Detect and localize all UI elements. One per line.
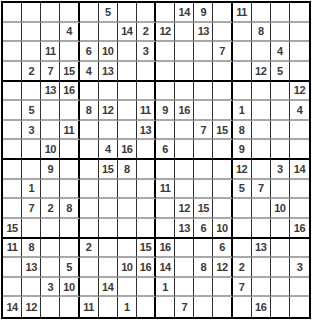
cell-r6c12-empty[interactable] [213,101,232,121]
cell-r10c3-empty[interactable] [41,180,60,200]
cell-r7c16-empty[interactable] [290,121,309,141]
cell-r2c7-given[interactable]: 14 [118,23,137,43]
cell-r1c1-empty[interactable] [3,3,22,23]
cell-r10c14-given[interactable]: 7 [252,180,271,200]
cell-r2c12-empty[interactable] [213,23,232,43]
cell-r15c16-empty[interactable] [290,278,309,298]
cell-r15c6-given[interactable]: 14 [99,278,118,298]
cell-r16c12-empty[interactable] [213,297,232,317]
cell-r13c2-given[interactable]: 8 [22,239,41,259]
cell-r12c14-empty[interactable] [252,219,271,239]
cell-r14c11-given[interactable]: 8 [194,258,213,278]
cell-r12c4-empty[interactable] [60,219,79,239]
cell-r7c10-empty[interactable] [175,121,194,141]
cell-r15c5-empty[interactable] [80,278,99,298]
cell-r8c15-empty[interactable] [271,140,290,160]
cell-r6c3-empty[interactable] [41,101,60,121]
cell-r2c13-empty[interactable] [233,23,252,43]
cell-r9c6-given[interactable]: 15 [99,160,118,180]
cell-r12c13-empty[interactable] [233,219,252,239]
cell-r5c4-given[interactable]: 16 [60,82,79,102]
cell-r8c16-empty[interactable] [290,140,309,160]
cell-r12c11-given[interactable]: 6 [194,219,213,239]
cell-r10c8-empty[interactable] [137,180,156,200]
cell-r3c12-given[interactable]: 7 [213,42,232,62]
cell-r2c9-given[interactable]: 12 [156,23,175,43]
cell-r9c14-empty[interactable] [252,160,271,180]
cell-r14c3-empty[interactable] [41,258,60,278]
cell-r6c1-empty[interactable] [3,101,22,121]
cell-r6c8-given[interactable]: 11 [137,101,156,121]
cell-r10c6-empty[interactable] [99,180,118,200]
cell-r9c7-given[interactable]: 8 [118,160,137,180]
cell-r3c11-empty[interactable] [194,42,213,62]
cell-r5c13-empty[interactable] [233,82,252,102]
cell-r4c9-empty[interactable] [156,62,175,82]
cell-r10c16-empty[interactable] [290,180,309,200]
cell-r2c10-empty[interactable] [175,23,194,43]
cell-r16c10-given[interactable]: 7 [175,297,194,317]
cell-r8c7-given[interactable]: 16 [118,140,137,160]
cell-r16c6-empty[interactable] [99,297,118,317]
cell-r11c3-given[interactable]: 2 [41,199,60,219]
cell-r5c14-empty[interactable] [252,82,271,102]
cell-r3c9-empty[interactable] [156,42,175,62]
cell-r13c7-empty[interactable] [118,239,137,259]
cell-r8c4-empty[interactable] [60,140,79,160]
cell-r2c11-given[interactable]: 13 [194,23,213,43]
cell-r12c9-empty[interactable] [156,219,175,239]
cell-r5c8-empty[interactable] [137,82,156,102]
cell-r13c8-given[interactable]: 15 [137,239,156,259]
cell-r4c16-empty[interactable] [290,62,309,82]
cell-r1c16-empty[interactable] [290,3,309,23]
cell-r16c9-empty[interactable] [156,297,175,317]
cell-r8c10-empty[interactable] [175,140,194,160]
cell-r9c1-empty[interactable] [3,160,22,180]
cell-r12c2-empty[interactable] [22,219,41,239]
cell-r16c1-given[interactable]: 14 [3,297,22,317]
cell-r3c4-empty[interactable] [60,42,79,62]
cell-r11c6-empty[interactable] [99,199,118,219]
cell-r12c3-empty[interactable] [41,219,60,239]
cell-r6c10-given[interactable]: 16 [175,101,194,121]
cell-r4c7-empty[interactable] [118,62,137,82]
cell-r7c1-empty[interactable] [3,121,22,141]
cell-r15c10-empty[interactable] [175,278,194,298]
cell-r13c4-empty[interactable] [60,239,79,259]
cell-r13c5-given[interactable]: 2 [80,239,99,259]
cell-r15c13-given[interactable]: 7 [233,278,252,298]
cell-r11c10-given[interactable]: 12 [175,199,194,219]
cell-r3c8-given[interactable]: 3 [137,42,156,62]
cell-r8c11-empty[interactable] [194,140,213,160]
cell-r12c1-given[interactable]: 15 [3,219,22,239]
cell-r16c2-given[interactable]: 12 [22,297,41,317]
cell-r11c7-empty[interactable] [118,199,137,219]
cell-r5c7-empty[interactable] [118,82,137,102]
cell-r12c7-empty[interactable] [118,219,137,239]
cell-r1c15-empty[interactable] [271,3,290,23]
cell-r13c1-given[interactable]: 11 [3,239,22,259]
cell-r3c10-empty[interactable] [175,42,194,62]
cell-r6c2-given[interactable]: 5 [22,101,41,121]
cell-r11c13-empty[interactable] [233,199,252,219]
cell-r5c11-empty[interactable] [194,82,213,102]
cell-r15c3-given[interactable]: 3 [41,278,60,298]
cell-r5c9-empty[interactable] [156,82,175,102]
cell-r6c13-given[interactable]: 1 [233,101,252,121]
cell-r6c9-given[interactable]: 9 [156,101,175,121]
cell-r3c15-given[interactable]: 4 [271,42,290,62]
cell-r10c10-empty[interactable] [175,180,194,200]
cell-r14c10-empty[interactable] [175,258,194,278]
cell-r6c5-given[interactable]: 8 [80,101,99,121]
cell-r14c4-given[interactable]: 5 [60,258,79,278]
cell-r12c15-empty[interactable] [271,219,290,239]
cell-r15c12-empty[interactable] [213,278,232,298]
cell-r12c5-empty[interactable] [80,219,99,239]
cell-r2c6-empty[interactable] [99,23,118,43]
cell-r4c15-given[interactable]: 5 [271,62,290,82]
cell-r4c14-given[interactable]: 12 [252,62,271,82]
cell-r10c12-empty[interactable] [213,180,232,200]
cell-r9c4-empty[interactable] [60,160,79,180]
cell-r5c3-given[interactable]: 13 [41,82,60,102]
cell-r11c14-empty[interactable] [252,199,271,219]
cell-r14c13-given[interactable]: 2 [233,258,252,278]
cell-r2c15-empty[interactable] [271,23,290,43]
cell-r8c6-given[interactable]: 4 [99,140,118,160]
cell-r13c9-given[interactable]: 16 [156,239,175,259]
cell-r14c12-given[interactable]: 12 [213,258,232,278]
cell-r14c7-given[interactable]: 10 [118,258,137,278]
cell-r3c1-empty[interactable] [3,42,22,62]
cell-r11c15-given[interactable]: 10 [271,199,290,219]
cell-r9c3-given[interactable]: 9 [41,160,60,180]
cell-r8c3-given[interactable]: 10 [41,140,60,160]
cell-r15c7-empty[interactable] [118,278,137,298]
cell-r6c14-empty[interactable] [252,101,271,121]
cell-r13c16-empty[interactable] [290,239,309,259]
cell-r16c15-empty[interactable] [271,297,290,317]
cell-r16c13-empty[interactable] [233,297,252,317]
cell-r7c14-empty[interactable] [252,121,271,141]
cell-r14c8-given[interactable]: 16 [137,258,156,278]
cell-r9c9-empty[interactable] [156,160,175,180]
cell-r4c11-empty[interactable] [194,62,213,82]
cell-r12c8-empty[interactable] [137,219,156,239]
cell-r5c12-empty[interactable] [213,82,232,102]
cell-r2c8-given[interactable]: 2 [137,23,156,43]
cell-r1c9-empty[interactable] [156,3,175,23]
cell-r1c2-empty[interactable] [22,3,41,23]
cell-r15c14-empty[interactable] [252,278,271,298]
cell-r2c1-empty[interactable] [3,23,22,43]
cell-r2c3-empty[interactable] [41,23,60,43]
cell-r5c10-empty[interactable] [175,82,194,102]
cell-r4c6-given[interactable]: 13 [99,62,118,82]
cell-r3c14-empty[interactable] [252,42,271,62]
cell-r6c6-given[interactable]: 12 [99,101,118,121]
cell-r4c8-empty[interactable] [137,62,156,82]
cell-r11c9-empty[interactable] [156,199,175,219]
cell-r13c14-given[interactable]: 13 [252,239,271,259]
cell-r1c14-empty[interactable] [252,3,271,23]
cell-r1c10-given[interactable]: 14 [175,3,194,23]
cell-r10c15-empty[interactable] [271,180,290,200]
cell-r3c7-empty[interactable] [118,42,137,62]
cell-r11c1-empty[interactable] [3,199,22,219]
cell-r6c7-empty[interactable] [118,101,137,121]
cell-r4c10-empty[interactable] [175,62,194,82]
cell-r4c1-empty[interactable] [3,62,22,82]
cell-r7c9-empty[interactable] [156,121,175,141]
cell-r12c6-empty[interactable] [99,219,118,239]
cell-r2c16-empty[interactable] [290,23,309,43]
cell-r9c15-given[interactable]: 3 [271,160,290,180]
cell-r11c11-given[interactable]: 15 [194,199,213,219]
cell-r7c3-empty[interactable] [41,121,60,141]
cell-r11c8-empty[interactable] [137,199,156,219]
cell-r3c16-empty[interactable] [290,42,309,62]
cell-r4c5-given[interactable]: 4 [80,62,99,82]
cell-r10c7-empty[interactable] [118,180,137,200]
cell-r4c3-given[interactable]: 7 [41,62,60,82]
cell-r14c16-given[interactable]: 3 [290,258,309,278]
cell-r7c2-given[interactable]: 3 [22,121,41,141]
cell-r8c8-empty[interactable] [137,140,156,160]
cell-r4c2-given[interactable]: 2 [22,62,41,82]
cell-r16c5-given[interactable]: 11 [80,297,99,317]
cell-r1c13-given[interactable]: 11 [233,3,252,23]
cell-r9c2-empty[interactable] [22,160,41,180]
cell-r13c3-empty[interactable] [41,239,60,259]
cell-r14c1-empty[interactable] [3,258,22,278]
cell-r16c7-given[interactable]: 1 [118,297,137,317]
cell-r9c16-given[interactable]: 14 [290,160,309,180]
cell-r9c12-empty[interactable] [213,160,232,180]
cell-r15c4-given[interactable]: 10 [60,278,79,298]
cell-r13c10-empty[interactable] [175,239,194,259]
cell-r4c4-given[interactable]: 15 [60,62,79,82]
cell-r9c8-empty[interactable] [137,160,156,180]
cell-r15c15-empty[interactable] [271,278,290,298]
cell-r9c5-empty[interactable] [80,160,99,180]
cell-r7c13-given[interactable]: 8 [233,121,252,141]
cell-r11c12-empty[interactable] [213,199,232,219]
cell-r15c8-empty[interactable] [137,278,156,298]
cell-r5c2-empty[interactable] [22,82,41,102]
sudoku-board: 5149114142121381161037427154131251316125… [1,1,311,319]
cell-r3c5-given[interactable]: 6 [80,42,99,62]
cell-r6c16-given[interactable]: 4 [290,101,309,121]
cell-r5c5-empty[interactable] [80,82,99,102]
cell-r3c6-given[interactable]: 10 [99,42,118,62]
cell-r6c15-empty[interactable] [271,101,290,121]
cell-r11c2-given[interactable]: 7 [22,199,41,219]
cell-r13c15-empty[interactable] [271,239,290,259]
cell-r7c6-empty[interactable] [99,121,118,141]
cell-r8c12-empty[interactable] [213,140,232,160]
cell-r12c10-given[interactable]: 13 [175,219,194,239]
cell-r5c16-given[interactable]: 12 [290,82,309,102]
cell-r7c12-given[interactable]: 15 [213,121,232,141]
cell-r9c11-empty[interactable] [194,160,213,180]
cell-r8c9-given[interactable]: 6 [156,140,175,160]
cell-r15c9-given[interactable]: 1 [156,278,175,298]
cell-r13c12-given[interactable]: 6 [213,239,232,259]
cell-r8c13-given[interactable]: 9 [233,140,252,160]
cell-r4c12-empty[interactable] [213,62,232,82]
cell-r7c7-empty[interactable] [118,121,137,141]
cell-r1c7-empty[interactable] [118,3,137,23]
cell-r16c3-empty[interactable] [41,297,60,317]
cell-r3c13-empty[interactable] [233,42,252,62]
cell-r14c2-given[interactable]: 13 [22,258,41,278]
cell-r1c8-empty[interactable] [137,3,156,23]
cell-r10c13-given[interactable]: 5 [233,180,252,200]
cell-r5c1-empty[interactable] [3,82,22,102]
cell-r12c12-given[interactable]: 10 [213,219,232,239]
cell-r8c1-empty[interactable] [3,140,22,160]
cell-r2c5-empty[interactable] [80,23,99,43]
cell-r11c4-given[interactable]: 8 [60,199,79,219]
cell-r3c3-given[interactable]: 11 [41,42,60,62]
cell-r10c4-empty[interactable] [60,180,79,200]
cell-r9c10-empty[interactable] [175,160,194,180]
cell-r13c13-empty[interactable] [233,239,252,259]
cell-r15c2-empty[interactable] [22,278,41,298]
cell-r3c2-empty[interactable] [22,42,41,62]
cell-r9c13-given[interactable]: 12 [233,160,252,180]
cell-r7c11-given[interactable]: 7 [194,121,213,141]
cell-r8c14-empty[interactable] [252,140,271,160]
cell-r16c4-empty[interactable] [60,297,79,317]
cell-r2c4-given[interactable]: 4 [60,23,79,43]
cell-r8c5-empty[interactable] [80,140,99,160]
cell-r15c1-empty[interactable] [3,278,22,298]
cell-r2c14-given[interactable]: 8 [252,23,271,43]
cell-r1c11-given[interactable]: 9 [194,3,213,23]
cell-r5c15-empty[interactable] [271,82,290,102]
cell-r15c11-empty[interactable] [194,278,213,298]
cell-r16c8-empty[interactable] [137,297,156,317]
cell-r14c6-empty[interactable] [99,258,118,278]
cell-r10c9-given[interactable]: 11 [156,180,175,200]
cell-r16c14-given[interactable]: 16 [252,297,271,317]
cell-r6c11-empty[interactable] [194,101,213,121]
cell-r5c6-empty[interactable] [99,82,118,102]
cell-r10c5-empty[interactable] [80,180,99,200]
cell-r2c2-empty[interactable] [22,23,41,43]
cell-r7c15-empty[interactable] [271,121,290,141]
cell-r7c5-empty[interactable] [80,121,99,141]
cell-r10c1-empty[interactable] [3,180,22,200]
cell-r11c5-empty[interactable] [80,199,99,219]
cell-r12c16-given[interactable]: 16 [290,219,309,239]
cell-r14c14-empty[interactable] [252,258,271,278]
cell-r1c4-empty[interactable] [60,3,79,23]
cell-r6c4-empty[interactable] [60,101,79,121]
cell-r13c11-empty[interactable] [194,239,213,259]
cell-r10c2-given[interactable]: 1 [22,180,41,200]
cell-r16c16-empty[interactable] [290,297,309,317]
cell-r1c6-given[interactable]: 5 [99,3,118,23]
cell-r16c11-empty[interactable] [194,297,213,317]
cell-r4c13-empty[interactable] [233,62,252,82]
cell-r10c11-empty[interactable] [194,180,213,200]
cell-r14c9-given[interactable]: 14 [156,258,175,278]
cell-r1c3-empty[interactable] [41,3,60,23]
cell-r7c8-given[interactable]: 13 [137,121,156,141]
cell-r8c2-empty[interactable] [22,140,41,160]
cell-r14c15-empty[interactable] [271,258,290,278]
sudoku-page: 5149114142121381161037427154131251316125… [0,0,312,320]
cell-r1c5-empty[interactable] [80,3,99,23]
cell-r11c16-empty[interactable] [290,199,309,219]
cell-r13c6-empty[interactable] [99,239,118,259]
cell-r1c12-empty[interactable] [213,3,232,23]
cell-r14c5-empty[interactable] [80,258,99,278]
cell-r7c4-given[interactable]: 11 [60,121,79,141]
